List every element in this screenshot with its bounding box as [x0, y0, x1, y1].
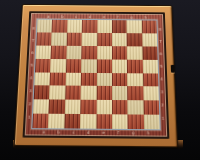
square-b1	[48, 114, 64, 129]
coordinate-label: 1	[162, 116, 165, 120]
square-d6	[81, 46, 96, 59]
chessboard: abcdefgh abcdefgh 87654321 87654321	[14, 4, 178, 147]
coordinate-label: 6	[31, 51, 34, 55]
square-h6	[142, 46, 158, 59]
square-f5	[112, 59, 127, 73]
square-c4	[65, 72, 81, 86]
square-f1	[112, 114, 128, 129]
square-d1	[80, 114, 96, 129]
square-c6	[66, 46, 81, 59]
square-b6	[51, 45, 67, 58]
board-pinstripe	[31, 19, 161, 131]
square-f6	[112, 46, 127, 59]
square-g8	[127, 20, 142, 33]
square-g6	[127, 46, 142, 59]
square-g2	[128, 100, 144, 114]
coordinate-label: c	[75, 15, 77, 19]
square-b4	[50, 72, 66, 86]
square-a2	[33, 100, 49, 114]
coordinate-label: c	[72, 130, 75, 134]
square-d5	[81, 59, 96, 73]
square-h3	[143, 87, 159, 101]
coordinate-label: g	[132, 131, 135, 135]
square-c5	[66, 59, 82, 73]
square-g1	[128, 115, 144, 130]
coordinate-label: b	[57, 130, 60, 134]
square-h1	[143, 115, 159, 130]
square-d2	[80, 100, 96, 114]
square-a3	[34, 86, 50, 100]
square-f3	[112, 86, 128, 100]
square-h4	[143, 73, 159, 87]
square-g5	[127, 59, 143, 73]
coordinate-label: 5	[31, 64, 34, 68]
photo-background: abcdefgh abcdefgh 87654321 87654321	[0, 0, 200, 160]
coordinate-label: 2	[161, 103, 164, 107]
square-a7	[36, 32, 52, 45]
board-grid	[32, 20, 159, 130]
square-g3	[127, 86, 143, 100]
coordinate-label: h	[147, 131, 150, 135]
coordinate-label: f	[117, 15, 119, 19]
square-a6	[36, 45, 52, 58]
square-e2	[96, 100, 112, 114]
hinge-notch	[171, 65, 175, 73]
square-d3	[81, 86, 97, 100]
square-c8	[67, 20, 82, 33]
square-c2	[65, 100, 81, 114]
square-a5	[35, 59, 51, 73]
square-h8	[142, 20, 157, 33]
square-f2	[112, 100, 128, 114]
square-b8	[52, 20, 67, 33]
square-g7	[127, 33, 142, 46]
coordinate-label: 2	[29, 102, 32, 106]
square-e6	[97, 46, 112, 59]
square-c1	[64, 114, 80, 129]
board-border: abcdefgh abcdefgh 87654321 87654321	[25, 13, 168, 137]
square-a4	[34, 72, 50, 86]
coordinate-label: a	[42, 130, 45, 134]
coordinate-label: f	[117, 130, 120, 134]
square-e3	[96, 86, 112, 100]
coordinate-label: e	[102, 130, 105, 134]
coordinate-label: 8	[159, 28, 161, 32]
coordinate-label: 6	[160, 52, 163, 56]
square-e8	[97, 20, 112, 33]
square-f7	[112, 33, 127, 46]
square-b2	[49, 100, 65, 114]
coordinate-label: 1	[28, 115, 31, 119]
square-e4	[96, 73, 112, 87]
square-d4	[81, 72, 97, 86]
square-c3	[65, 86, 81, 100]
square-e7	[97, 33, 112, 46]
square-d7	[82, 33, 97, 46]
square-c7	[67, 33, 82, 46]
square-a1	[32, 114, 48, 129]
square-f8	[112, 20, 127, 33]
coordinate-label: 7	[32, 39, 35, 43]
coordinate-label: 4	[30, 76, 33, 80]
square-b7	[51, 32, 66, 45]
coordinate-label: 8	[32, 27, 35, 31]
square-e1	[96, 114, 112, 129]
square-a8	[37, 20, 52, 33]
coordinate-label: 5	[160, 65, 163, 69]
coordinate-label: 4	[160, 77, 163, 81]
coordinate-label: 3	[29, 89, 32, 93]
square-h7	[142, 33, 157, 46]
square-g4	[127, 73, 143, 87]
square-h2	[143, 101, 159, 115]
square-b5	[50, 59, 66, 73]
board-frame: abcdefgh abcdefgh 87654321 87654321	[14, 4, 178, 147]
frame-groove: abcdefgh abcdefgh 87654321 87654321	[23, 11, 170, 139]
coordinate-label: 3	[161, 90, 164, 94]
square-d8	[82, 20, 97, 33]
coordinate-label: 7	[159, 40, 161, 44]
file-labels-bottom: abcdefgh	[36, 129, 156, 135]
square-f4	[112, 73, 128, 87]
square-h5	[142, 59, 158, 73]
square-e5	[97, 59, 112, 73]
square-b3	[49, 86, 65, 100]
coordinate-label: d	[87, 130, 90, 134]
